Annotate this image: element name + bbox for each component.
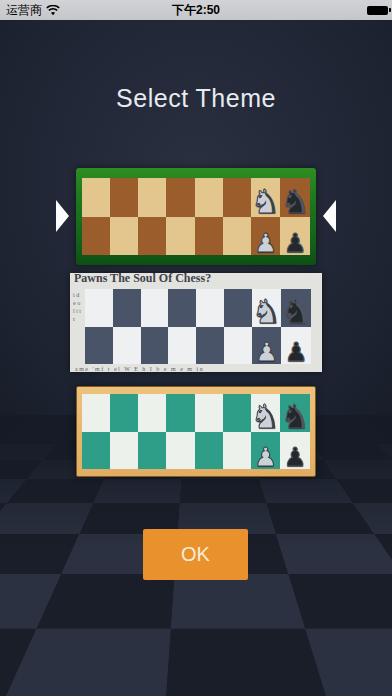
black-knight: ♞ (280, 400, 310, 433)
prev-theme-arrow[interactable] (56, 200, 69, 232)
board-cell (223, 432, 251, 470)
board-cell (168, 289, 196, 327)
board-cell (138, 394, 166, 432)
board-cell (166, 217, 194, 256)
newspaper-headline: Pawns The Soul Of Chess? (74, 273, 318, 286)
board-cell: ♟ (280, 432, 310, 470)
black-pawn: ♟ (285, 339, 308, 365)
board-cell (82, 432, 110, 470)
board-cell (166, 178, 194, 217)
white-knight: ♞ (252, 295, 282, 328)
theme-board-preview: ♞♞♟♟ (82, 394, 310, 469)
theme-option-green[interactable]: ♞♞♟♟ (76, 386, 316, 477)
board-cell (224, 327, 252, 365)
board-cell (196, 289, 224, 327)
board-cell (195, 432, 223, 470)
newspaper-bottom-text: ame 'mf t el W E h I b e m e m in (75, 366, 318, 372)
theme-option-wooden[interactable]: ♞♞♟♟ (76, 168, 316, 265)
board-cell: ♟ (252, 327, 282, 365)
board-cell (113, 327, 141, 365)
board-cell (195, 217, 223, 256)
board-cell (82, 178, 110, 217)
board-cell (141, 327, 169, 365)
board-cell (82, 394, 110, 432)
board-cell (224, 289, 252, 327)
board-cell (196, 327, 224, 365)
board-cell (113, 289, 141, 327)
board-cell: ♟ (281, 327, 311, 365)
black-pawn: ♟ (284, 230, 307, 256)
board-cell (110, 432, 138, 470)
page-title: Select Theme (0, 84, 392, 113)
board-cell (138, 178, 166, 217)
board-cell: ♞ (280, 178, 310, 217)
board-cell: ♞ (251, 394, 281, 432)
board-cell (166, 394, 194, 432)
board-cell (141, 289, 169, 327)
board-cell: ♞ (252, 289, 282, 327)
white-knight: ♞ (251, 400, 281, 433)
black-pawn: ♟ (284, 444, 307, 470)
board-cell: ♟ (280, 217, 310, 256)
theme-select-screen: 运营商 下午2:50 Select Theme ♞♞♟♟ Pawns The S… (0, 0, 392, 696)
board-cell: ♞ (281, 289, 311, 327)
theme-board-preview: ♞♞♟♟ (82, 178, 310, 255)
board-cell (166, 432, 194, 470)
board-cell (168, 327, 196, 365)
board-cell (85, 327, 113, 365)
board-cell (85, 289, 113, 327)
board-cell: ♟ (251, 217, 281, 256)
board-cell (82, 217, 110, 256)
next-theme-arrow[interactable] (323, 200, 336, 232)
status-bar: 运营商 下午2:50 (0, 0, 392, 20)
white-pawn: ♟ (254, 444, 277, 470)
white-knight: ♞ (251, 185, 281, 218)
board-cell: ♞ (280, 394, 310, 432)
board-cell (138, 432, 166, 470)
board-cell: ♞ (251, 178, 281, 217)
white-pawn: ♟ (254, 230, 277, 256)
board-cell (195, 178, 223, 217)
board-cell (110, 217, 138, 256)
board-cell (223, 178, 251, 217)
theme-board-preview: ♞♞♟♟ (85, 289, 311, 364)
board-cell (195, 394, 223, 432)
newspaper-side-text: i d e o l t t r (73, 291, 83, 365)
white-pawn: ♟ (255, 339, 278, 365)
theme-option-newspaper[interactable]: Pawns The Soul Of Chess? i d e o l t t r… (70, 273, 322, 372)
board-cell (138, 217, 166, 256)
board-cell (223, 394, 251, 432)
black-knight: ♞ (281, 295, 311, 328)
black-knight: ♞ (280, 185, 310, 218)
board-cell (223, 217, 251, 256)
clock: 下午2:50 (0, 2, 392, 19)
board-cell (110, 178, 138, 217)
battery-icon (367, 6, 388, 15)
board-cell: ♟ (251, 432, 281, 470)
board-cell (110, 394, 138, 432)
ok-button[interactable]: OK (143, 529, 248, 580)
